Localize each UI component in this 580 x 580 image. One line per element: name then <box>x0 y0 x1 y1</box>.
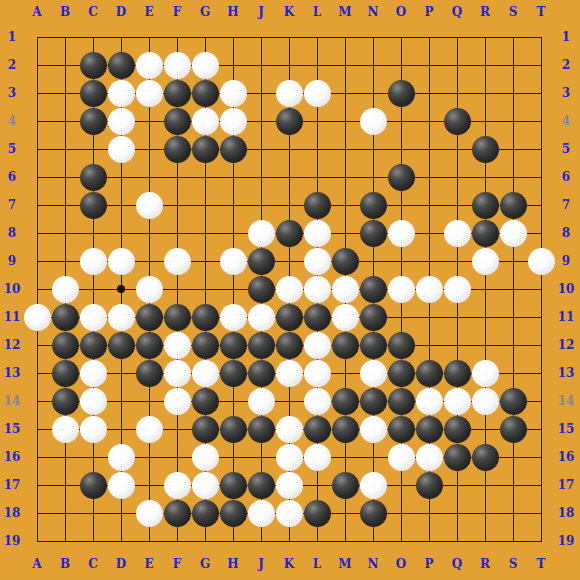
stone-black-s15[interactable] <box>500 416 527 443</box>
stone-black-h5[interactable] <box>220 136 247 163</box>
stone-white-l14[interactable] <box>304 388 331 415</box>
stone-white-j14[interactable] <box>248 388 275 415</box>
row-label-left-11: 11 <box>0 309 24 325</box>
row-label-left-7: 7 <box>0 197 24 213</box>
row-label-left-9: 9 <box>0 253 24 269</box>
stone-black-b11[interactable] <box>52 304 79 331</box>
row-label-right-18: 18 <box>554 505 578 521</box>
stone-black-m9[interactable] <box>332 248 359 275</box>
stone-black-c2[interactable] <box>80 52 107 79</box>
stone-white-c15[interactable] <box>80 416 107 443</box>
stone-black-j13[interactable] <box>248 360 275 387</box>
stone-white-l12[interactable] <box>304 332 331 359</box>
stone-black-h17[interactable] <box>220 472 247 499</box>
stone-black-k4[interactable] <box>276 108 303 135</box>
stone-black-e12[interactable] <box>136 332 163 359</box>
stone-white-d16[interactable] <box>108 444 135 471</box>
col-label-top-t: T <box>529 4 553 20</box>
row-label-left-4: 4 <box>0 113 24 129</box>
stone-black-r5[interactable] <box>472 136 499 163</box>
stone-black-h12[interactable] <box>220 332 247 359</box>
stone-black-c6[interactable] <box>80 164 107 191</box>
stone-black-l15[interactable] <box>304 416 331 443</box>
stone-white-m11[interactable] <box>332 304 359 331</box>
stone-white-p10[interactable] <box>416 276 443 303</box>
stone-black-g5[interactable] <box>192 136 219 163</box>
stone-black-r8[interactable] <box>472 220 499 247</box>
stone-black-k11[interactable] <box>276 304 303 331</box>
stone-black-o13[interactable] <box>388 360 415 387</box>
row-label-right-19: 19 <box>554 533 578 549</box>
stone-white-k15[interactable] <box>276 416 303 443</box>
col-label-bottom-b: B <box>53 556 77 572</box>
col-label-top-c: C <box>81 4 105 20</box>
row-label-right-7: 7 <box>554 197 578 213</box>
stone-black-q15[interactable] <box>444 416 471 443</box>
stone-white-j18[interactable] <box>248 500 275 527</box>
row-label-right-9: 9 <box>554 253 578 269</box>
stone-black-c17[interactable] <box>80 472 107 499</box>
row-label-left-1: 1 <box>0 29 24 45</box>
stone-white-d17[interactable] <box>108 472 135 499</box>
col-label-top-b: B <box>53 4 77 20</box>
stone-white-o16[interactable] <box>388 444 415 471</box>
stone-white-k16[interactable] <box>276 444 303 471</box>
row-label-left-19: 19 <box>0 533 24 549</box>
stone-black-n10[interactable] <box>360 276 387 303</box>
col-label-bottom-q: Q <box>445 556 469 572</box>
stone-black-c4[interactable] <box>80 108 107 135</box>
stone-white-o8[interactable] <box>388 220 415 247</box>
stone-black-k8[interactable] <box>276 220 303 247</box>
row-label-right-5: 5 <box>554 141 578 157</box>
col-label-top-g: G <box>193 4 217 20</box>
stone-white-l10[interactable] <box>304 276 331 303</box>
stone-white-c14[interactable] <box>80 388 107 415</box>
stone-white-l9[interactable] <box>304 248 331 275</box>
stone-white-n13[interactable] <box>360 360 387 387</box>
stone-white-l13[interactable] <box>304 360 331 387</box>
col-label-top-r: R <box>473 4 497 20</box>
stone-black-k12[interactable] <box>276 332 303 359</box>
row-label-left-5: 5 <box>0 141 24 157</box>
stone-black-c3[interactable] <box>80 80 107 107</box>
stone-black-b12[interactable] <box>52 332 79 359</box>
col-label-top-p: P <box>417 4 441 20</box>
stone-white-e3[interactable] <box>136 80 163 107</box>
row-label-right-8: 8 <box>554 225 578 241</box>
row-label-right-10: 10 <box>554 281 578 297</box>
stone-white-g4[interactable] <box>192 108 219 135</box>
stone-black-n18[interactable] <box>360 500 387 527</box>
col-label-bottom-m: M <box>333 556 357 572</box>
stone-black-s14[interactable] <box>500 388 527 415</box>
stone-white-c11[interactable] <box>80 304 107 331</box>
stone-black-h13[interactable] <box>220 360 247 387</box>
row-label-right-12: 12 <box>554 337 578 353</box>
stone-white-l3[interactable] <box>304 80 331 107</box>
stone-white-f2[interactable] <box>164 52 191 79</box>
col-label-bottom-j: J <box>249 556 273 572</box>
col-label-top-q: Q <box>445 4 469 20</box>
col-label-bottom-o: O <box>389 556 413 572</box>
row-label-left-13: 13 <box>0 365 24 381</box>
stone-white-h9[interactable] <box>220 248 247 275</box>
stone-white-d9[interactable] <box>108 248 135 275</box>
stone-black-o3[interactable] <box>388 80 415 107</box>
stone-white-n17[interactable] <box>360 472 387 499</box>
stone-white-e7[interactable] <box>136 192 163 219</box>
stone-white-d5[interactable] <box>108 136 135 163</box>
stone-black-p17[interactable] <box>416 472 443 499</box>
stone-white-g17[interactable] <box>192 472 219 499</box>
row-label-right-15: 15 <box>554 421 578 437</box>
stone-white-c9[interactable] <box>80 248 107 275</box>
stone-black-f5[interactable] <box>164 136 191 163</box>
stone-black-c7[interactable] <box>80 192 107 219</box>
row-label-left-16: 16 <box>0 449 24 465</box>
stone-white-g16[interactable] <box>192 444 219 471</box>
stone-black-m17[interactable] <box>332 472 359 499</box>
col-label-top-o: O <box>389 4 413 20</box>
stone-white-q10[interactable] <box>444 276 471 303</box>
stone-white-h3[interactable] <box>220 80 247 107</box>
stone-white-a11[interactable] <box>24 304 51 331</box>
col-label-bottom-e: E <box>137 556 161 572</box>
col-label-bottom-t: T <box>529 556 553 572</box>
row-label-right-1: 1 <box>554 29 578 45</box>
stone-white-l16[interactable] <box>304 444 331 471</box>
stone-white-k3[interactable] <box>276 80 303 107</box>
row-label-right-3: 3 <box>554 85 578 101</box>
stone-white-t9[interactable] <box>528 248 555 275</box>
stone-white-n15[interactable] <box>360 416 387 443</box>
stone-white-m10[interactable] <box>332 276 359 303</box>
stone-white-f17[interactable] <box>164 472 191 499</box>
row-label-right-17: 17 <box>554 477 578 493</box>
stone-black-o15[interactable] <box>388 416 415 443</box>
stone-black-j10[interactable] <box>248 276 275 303</box>
stone-white-r14[interactable] <box>472 388 499 415</box>
stone-black-r16[interactable] <box>472 444 499 471</box>
stone-black-n12[interactable] <box>360 332 387 359</box>
stone-white-g13[interactable] <box>192 360 219 387</box>
stone-white-l8[interactable] <box>304 220 331 247</box>
stone-white-k18[interactable] <box>276 500 303 527</box>
col-label-bottom-s: S <box>501 556 525 572</box>
col-label-bottom-h: H <box>221 556 245 572</box>
stone-black-f18[interactable] <box>164 500 191 527</box>
stone-black-m15[interactable] <box>332 416 359 443</box>
stone-white-d3[interactable] <box>108 80 135 107</box>
stone-black-g12[interactable] <box>192 332 219 359</box>
col-label-top-s: S <box>501 4 525 20</box>
stone-white-r9[interactable] <box>472 248 499 275</box>
stone-black-h15[interactable] <box>220 416 247 443</box>
col-label-top-d: D <box>109 4 133 20</box>
stone-white-f14[interactable] <box>164 388 191 415</box>
stone-black-e11[interactable] <box>136 304 163 331</box>
stone-black-m14[interactable] <box>332 388 359 415</box>
col-label-top-k: K <box>277 4 301 20</box>
stone-black-g3[interactable] <box>192 80 219 107</box>
row-label-right-4: 4 <box>554 113 578 129</box>
col-label-top-f: F <box>165 4 189 20</box>
row-label-right-11: 11 <box>554 309 578 325</box>
stone-white-h4[interactable] <box>220 108 247 135</box>
col-label-bottom-l: L <box>305 556 329 572</box>
stone-black-p15[interactable] <box>416 416 443 443</box>
col-label-top-n: N <box>361 4 385 20</box>
stone-black-j12[interactable] <box>248 332 275 359</box>
stone-white-h11[interactable] <box>220 304 247 331</box>
stone-white-q8[interactable] <box>444 220 471 247</box>
stone-black-e13[interactable] <box>136 360 163 387</box>
stone-white-b10[interactable] <box>52 276 79 303</box>
col-label-bottom-r: R <box>473 556 497 572</box>
col-label-bottom-f: F <box>165 556 189 572</box>
stone-black-b13[interactable] <box>52 360 79 387</box>
stone-white-b15[interactable] <box>52 416 79 443</box>
stone-black-q4[interactable] <box>444 108 471 135</box>
stone-white-j11[interactable] <box>248 304 275 331</box>
row-label-left-17: 17 <box>0 477 24 493</box>
row-label-left-14: 14 <box>0 393 24 409</box>
col-label-top-h: H <box>221 4 245 20</box>
col-label-top-m: M <box>333 4 357 20</box>
stone-white-q14[interactable] <box>444 388 471 415</box>
stone-white-r13[interactable] <box>472 360 499 387</box>
stone-black-r7[interactable] <box>472 192 499 219</box>
row-label-right-2: 2 <box>554 57 578 73</box>
row-label-left-15: 15 <box>0 421 24 437</box>
stone-black-d12[interactable] <box>108 332 135 359</box>
stone-white-e18[interactable] <box>136 500 163 527</box>
stone-white-c13[interactable] <box>80 360 107 387</box>
stone-black-l18[interactable] <box>304 500 331 527</box>
stone-black-j15[interactable] <box>248 416 275 443</box>
row-label-left-2: 2 <box>0 57 24 73</box>
stone-black-b14[interactable] <box>52 388 79 415</box>
stone-black-m12[interactable] <box>332 332 359 359</box>
row-label-left-10: 10 <box>0 281 24 297</box>
stone-white-d11[interactable] <box>108 304 135 331</box>
stone-black-h18[interactable] <box>220 500 247 527</box>
col-label-bottom-a: A <box>25 556 49 572</box>
stone-black-c12[interactable] <box>80 332 107 359</box>
col-label-top-l: L <box>305 4 329 20</box>
col-label-bottom-g: G <box>193 556 217 572</box>
stone-black-g15[interactable] <box>192 416 219 443</box>
stone-black-o6[interactable] <box>388 164 415 191</box>
stone-black-q13[interactable] <box>444 360 471 387</box>
stone-white-k17[interactable] <box>276 472 303 499</box>
col-label-bottom-d: D <box>109 556 133 572</box>
stone-white-f12[interactable] <box>164 332 191 359</box>
stone-black-g14[interactable] <box>192 388 219 415</box>
stone-black-f11[interactable] <box>164 304 191 331</box>
row-label-right-6: 6 <box>554 169 578 185</box>
stone-black-n11[interactable] <box>360 304 387 331</box>
stone-black-n8[interactable] <box>360 220 387 247</box>
stone-black-g11[interactable] <box>192 304 219 331</box>
stone-white-k10[interactable] <box>276 276 303 303</box>
stone-black-l11[interactable] <box>304 304 331 331</box>
col-label-top-a: A <box>25 4 49 20</box>
row-label-right-16: 16 <box>554 449 578 465</box>
stone-black-s7[interactable] <box>500 192 527 219</box>
stone-white-d4[interactable] <box>108 108 135 135</box>
stone-white-p16[interactable] <box>416 444 443 471</box>
row-label-left-18: 18 <box>0 505 24 521</box>
star-point-d10 <box>117 285 125 293</box>
go-board-grid[interactable] <box>37 37 542 542</box>
row-label-left-3: 3 <box>0 85 24 101</box>
stone-white-e15[interactable] <box>136 416 163 443</box>
row-label-left-12: 12 <box>0 337 24 353</box>
stone-white-p14[interactable] <box>416 388 443 415</box>
stone-white-s8[interactable] <box>500 220 527 247</box>
row-label-left-6: 6 <box>0 169 24 185</box>
col-label-top-e: E <box>137 4 161 20</box>
col-label-bottom-p: P <box>417 556 441 572</box>
stone-white-f13[interactable] <box>164 360 191 387</box>
row-label-right-13: 13 <box>554 365 578 381</box>
stone-white-j8[interactable] <box>248 220 275 247</box>
row-label-right-14: 14 <box>554 393 578 409</box>
row-label-left-8: 8 <box>0 225 24 241</box>
col-label-bottom-k: K <box>277 556 301 572</box>
stone-white-f9[interactable] <box>164 248 191 275</box>
stone-black-o14[interactable] <box>388 388 415 415</box>
stone-black-f4[interactable] <box>164 108 191 135</box>
stone-black-j9[interactable] <box>248 248 275 275</box>
stone-black-d2[interactable] <box>108 52 135 79</box>
col-label-top-j: J <box>249 4 273 20</box>
stone-white-k13[interactable] <box>276 360 303 387</box>
stone-black-n7[interactable] <box>360 192 387 219</box>
go-board-page: AABBCCDDEEFFGGHHJJKKLLMMNNOOPPQQRRSSTT11… <box>0 0 580 580</box>
stone-black-o12[interactable] <box>388 332 415 359</box>
stone-black-j17[interactable] <box>248 472 275 499</box>
stone-black-n14[interactable] <box>360 388 387 415</box>
stone-white-g2[interactable] <box>192 52 219 79</box>
stone-white-o10[interactable] <box>388 276 415 303</box>
stone-black-g18[interactable] <box>192 500 219 527</box>
stone-white-e10[interactable] <box>136 276 163 303</box>
stone-black-q16[interactable] <box>444 444 471 471</box>
stone-white-e2[interactable] <box>136 52 163 79</box>
col-label-bottom-n: N <box>361 556 385 572</box>
stone-white-n4[interactable] <box>360 108 387 135</box>
col-label-bottom-c: C <box>81 556 105 572</box>
stone-black-l7[interactable] <box>304 192 331 219</box>
stone-black-p13[interactable] <box>416 360 443 387</box>
stone-black-f3[interactable] <box>164 80 191 107</box>
